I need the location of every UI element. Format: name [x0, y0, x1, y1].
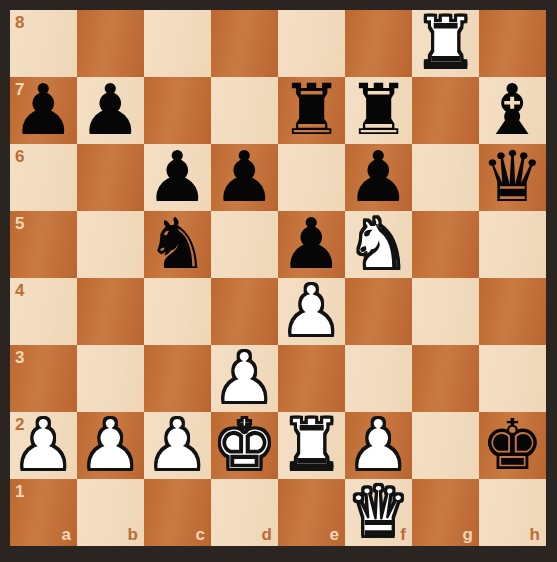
square-c8[interactable] [144, 10, 211, 77]
square-d2[interactable]: ♚ [211, 412, 278, 479]
rank-label-3: 3 [15, 349, 24, 366]
file-label-g: g [463, 526, 473, 543]
chess-app-window: 8♜7♟♟♜♜♝6♟♟♟♛5♞♟♞4♟3♟2♟♟♟♚♜♟♚1abcdef♛gh [0, 0, 557, 562]
black-rook[interactable]: ♜ [278, 77, 345, 144]
white-pawn[interactable]: ♟ [144, 412, 211, 479]
square-d3[interactable]: ♟ [211, 345, 278, 412]
white-pawn[interactable]: ♟ [10, 412, 77, 479]
file-label-a: a [62, 526, 71, 543]
square-f4[interactable] [345, 278, 412, 345]
square-a6[interactable]: 6 [10, 144, 77, 211]
square-b4[interactable] [77, 278, 144, 345]
square-b1[interactable]: b [77, 479, 144, 546]
file-label-h: h [530, 526, 540, 543]
black-knight[interactable]: ♞ [144, 211, 211, 278]
square-f5[interactable]: ♞ [345, 211, 412, 278]
square-g1[interactable]: g [412, 479, 479, 546]
square-f7[interactable]: ♜ [345, 77, 412, 144]
black-king[interactable]: ♚ [479, 412, 546, 479]
black-pawn[interactable]: ♟ [10, 77, 77, 144]
file-label-b: b [128, 526, 138, 543]
black-pawn[interactable]: ♟ [345, 144, 412, 211]
square-c7[interactable] [144, 77, 211, 144]
square-c1[interactable]: c [144, 479, 211, 546]
square-d4[interactable] [211, 278, 278, 345]
white-queen[interactable]: ♛ [345, 479, 412, 546]
square-b6[interactable] [77, 144, 144, 211]
black-pawn[interactable]: ♟ [211, 144, 278, 211]
square-g2[interactable] [412, 412, 479, 479]
square-a3[interactable]: 3 [10, 345, 77, 412]
black-pawn[interactable]: ♟ [77, 77, 144, 144]
square-h3[interactable] [479, 345, 546, 412]
file-label-d: d [262, 526, 272, 543]
square-f8[interactable] [345, 10, 412, 77]
square-c2[interactable]: ♟ [144, 412, 211, 479]
square-h8[interactable] [479, 10, 546, 77]
square-h7[interactable]: ♝ [479, 77, 546, 144]
square-e2[interactable]: ♜ [278, 412, 345, 479]
white-pawn[interactable]: ♟ [77, 412, 144, 479]
square-d5[interactable] [211, 211, 278, 278]
black-pawn[interactable]: ♟ [278, 211, 345, 278]
square-h1[interactable]: h [479, 479, 546, 546]
rank-label-5: 5 [15, 215, 24, 232]
square-g8[interactable]: ♜ [412, 10, 479, 77]
square-f3[interactable] [345, 345, 412, 412]
square-e8[interactable] [278, 10, 345, 77]
square-b3[interactable] [77, 345, 144, 412]
square-e3[interactable] [278, 345, 345, 412]
square-c6[interactable]: ♟ [144, 144, 211, 211]
white-rook[interactable]: ♜ [412, 10, 479, 77]
square-h2[interactable]: ♚ [479, 412, 546, 479]
square-d6[interactable]: ♟ [211, 144, 278, 211]
black-pawn[interactable]: ♟ [144, 144, 211, 211]
white-rook[interactable]: ♜ [278, 412, 345, 479]
square-a8[interactable]: 8 [10, 10, 77, 77]
square-b2[interactable]: ♟ [77, 412, 144, 479]
square-g5[interactable] [412, 211, 479, 278]
square-a7[interactable]: 7♟ [10, 77, 77, 144]
square-a2[interactable]: 2♟ [10, 412, 77, 479]
black-bishop[interactable]: ♝ [479, 77, 546, 144]
square-a5[interactable]: 5 [10, 211, 77, 278]
file-label-c: c [196, 526, 205, 543]
square-c3[interactable] [144, 345, 211, 412]
square-e4[interactable]: ♟ [278, 278, 345, 345]
square-f1[interactable]: f♛ [345, 479, 412, 546]
white-knight[interactable]: ♞ [345, 211, 412, 278]
square-b7[interactable]: ♟ [77, 77, 144, 144]
square-b8[interactable] [77, 10, 144, 77]
square-e7[interactable]: ♜ [278, 77, 345, 144]
square-d1[interactable]: d [211, 479, 278, 546]
square-c4[interactable] [144, 278, 211, 345]
square-f6[interactable]: ♟ [345, 144, 412, 211]
black-rook[interactable]: ♜ [345, 77, 412, 144]
square-d8[interactable] [211, 10, 278, 77]
square-g4[interactable] [412, 278, 479, 345]
square-g7[interactable] [412, 77, 479, 144]
chess-board: 8♜7♟♟♜♜♝6♟♟♟♛5♞♟♞4♟3♟2♟♟♟♚♜♟♚1abcdef♛gh [10, 10, 546, 546]
white-pawn[interactable]: ♟ [211, 345, 278, 412]
black-queen[interactable]: ♛ [479, 144, 546, 211]
square-c5[interactable]: ♞ [144, 211, 211, 278]
square-h4[interactable] [479, 278, 546, 345]
white-king[interactable]: ♚ [211, 412, 278, 479]
square-g6[interactable] [412, 144, 479, 211]
square-e1[interactable]: e [278, 479, 345, 546]
square-a1[interactable]: 1a [10, 479, 77, 546]
square-h6[interactable]: ♛ [479, 144, 546, 211]
square-e6[interactable] [278, 144, 345, 211]
white-pawn[interactable]: ♟ [278, 278, 345, 345]
rank-label-4: 4 [15, 282, 24, 299]
square-g3[interactable] [412, 345, 479, 412]
white-pawn[interactable]: ♟ [345, 412, 412, 479]
square-e5[interactable]: ♟ [278, 211, 345, 278]
rank-label-8: 8 [15, 14, 24, 31]
square-a4[interactable]: 4 [10, 278, 77, 345]
file-label-e: e [330, 526, 339, 543]
square-d7[interactable] [211, 77, 278, 144]
square-h5[interactable] [479, 211, 546, 278]
square-b5[interactable] [77, 211, 144, 278]
square-f2[interactable]: ♟ [345, 412, 412, 479]
